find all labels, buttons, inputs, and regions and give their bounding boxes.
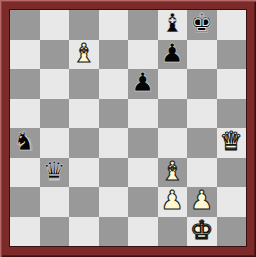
square-h8[interactable] <box>217 10 247 40</box>
white-bishop[interactable]: ♝ <box>161 157 184 186</box>
square-h7[interactable] <box>217 40 247 70</box>
square-d6[interactable] <box>99 69 129 99</box>
square-b5[interactable] <box>40 99 70 129</box>
black-pawn[interactable]: ♟ <box>131 68 154 97</box>
square-e5[interactable] <box>128 99 158 129</box>
square-e2[interactable] <box>128 187 158 217</box>
white-bishop[interactable]: ♝ <box>72 39 95 68</box>
white-king[interactable]: ♚ <box>190 216 213 245</box>
square-d2[interactable] <box>99 187 129 217</box>
square-f8[interactable]: ♝ <box>158 10 188 40</box>
white-pawn[interactable]: ♟ <box>190 186 213 215</box>
square-a5[interactable] <box>10 99 40 129</box>
square-b4[interactable] <box>40 128 70 158</box>
square-c7[interactable]: ♝ <box>69 40 99 70</box>
square-h3[interactable] <box>217 158 247 188</box>
square-b1[interactable] <box>40 217 70 247</box>
square-g8[interactable]: ♚ <box>187 10 217 40</box>
square-f5[interactable] <box>158 99 188 129</box>
square-g6[interactable] <box>187 69 217 99</box>
square-h1[interactable] <box>217 217 247 247</box>
chess-board: ♝♚♝♟♟♞♛♛♝♟♟♚ <box>10 10 246 246</box>
square-h2[interactable] <box>217 187 247 217</box>
square-g5[interactable] <box>187 99 217 129</box>
black-king[interactable]: ♚ <box>190 9 213 38</box>
square-d5[interactable] <box>99 99 129 129</box>
square-e1[interactable] <box>128 217 158 247</box>
square-d1[interactable] <box>99 217 129 247</box>
square-e6[interactable]: ♟ <box>128 69 158 99</box>
square-c4[interactable] <box>69 128 99 158</box>
square-f6[interactable] <box>158 69 188 99</box>
square-a8[interactable] <box>10 10 40 40</box>
square-f2[interactable]: ♟ <box>158 187 188 217</box>
square-a6[interactable] <box>10 69 40 99</box>
square-f3[interactable]: ♝ <box>158 158 188 188</box>
square-c5[interactable] <box>69 99 99 129</box>
square-b6[interactable] <box>40 69 70 99</box>
square-f1[interactable] <box>158 217 188 247</box>
black-knight[interactable]: ♞ <box>13 127 36 156</box>
white-pawn[interactable]: ♟ <box>161 186 184 215</box>
square-f7[interactable]: ♟ <box>158 40 188 70</box>
square-b7[interactable] <box>40 40 70 70</box>
square-d8[interactable] <box>99 10 129 40</box>
square-e3[interactable] <box>128 158 158 188</box>
square-g3[interactable] <box>187 158 217 188</box>
black-queen[interactable]: ♛ <box>43 157 66 186</box>
board-frame: ♝♚♝♟♟♞♛♛♝♟♟♚ <box>0 0 256 257</box>
square-g7[interactable] <box>187 40 217 70</box>
square-a3[interactable] <box>10 158 40 188</box>
square-h6[interactable] <box>217 69 247 99</box>
square-e7[interactable] <box>128 40 158 70</box>
square-c1[interactable] <box>69 217 99 247</box>
square-d7[interactable] <box>99 40 129 70</box>
square-d3[interactable] <box>99 158 129 188</box>
square-b8[interactable] <box>40 10 70 40</box>
square-b3[interactable]: ♛ <box>40 158 70 188</box>
square-c8[interactable] <box>69 10 99 40</box>
square-a2[interactable] <box>10 187 40 217</box>
square-g4[interactable] <box>187 128 217 158</box>
square-g1[interactable]: ♚ <box>187 217 217 247</box>
square-h4[interactable]: ♛ <box>217 128 247 158</box>
black-bishop[interactable]: ♝ <box>161 9 184 38</box>
square-e4[interactable] <box>128 128 158 158</box>
black-pawn[interactable]: ♟ <box>161 39 184 68</box>
square-a7[interactable] <box>10 40 40 70</box>
square-c2[interactable] <box>69 187 99 217</box>
square-e8[interactable] <box>128 10 158 40</box>
square-b2[interactable] <box>40 187 70 217</box>
square-h5[interactable] <box>217 99 247 129</box>
square-g2[interactable]: ♟ <box>187 187 217 217</box>
square-f4[interactable] <box>158 128 188 158</box>
square-a1[interactable] <box>10 217 40 247</box>
white-queen[interactable]: ♛ <box>220 127 243 156</box>
square-c6[interactable] <box>69 69 99 99</box>
square-a4[interactable]: ♞ <box>10 128 40 158</box>
square-d4[interactable] <box>99 128 129 158</box>
square-c3[interactable] <box>69 158 99 188</box>
